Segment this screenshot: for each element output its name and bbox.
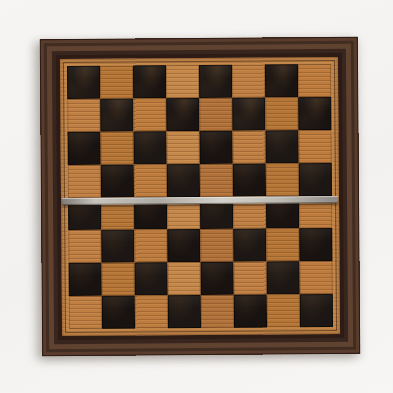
square-h2 xyxy=(300,261,333,294)
square-c5 xyxy=(134,164,167,197)
square-d2 xyxy=(168,262,201,295)
square-c3 xyxy=(134,230,167,263)
square-b6 xyxy=(100,131,133,164)
square-d6 xyxy=(166,131,199,164)
square-c8 xyxy=(133,65,166,98)
square-c7 xyxy=(133,98,166,131)
square-a7 xyxy=(67,99,100,132)
square-f1 xyxy=(234,295,267,328)
square-h5 xyxy=(299,163,332,196)
square-h7 xyxy=(298,97,331,130)
square-e6 xyxy=(199,130,232,163)
square-g5 xyxy=(266,163,299,196)
square-b3 xyxy=(101,230,134,263)
photo-backdrop xyxy=(0,0,393,393)
square-e1 xyxy=(201,295,234,328)
square-g3 xyxy=(266,229,299,262)
square-h8 xyxy=(298,64,331,97)
square-e7 xyxy=(199,98,232,131)
square-a2 xyxy=(69,263,102,296)
board-inner-margin xyxy=(60,57,340,336)
square-d5 xyxy=(167,164,200,197)
square-d3 xyxy=(167,229,200,262)
square-g8 xyxy=(265,64,298,97)
square-f8 xyxy=(232,64,265,97)
square-c2 xyxy=(135,263,168,296)
square-a6 xyxy=(67,132,100,165)
square-b5 xyxy=(101,164,134,197)
square-a8 xyxy=(67,66,100,99)
square-a3 xyxy=(68,230,101,263)
square-c6 xyxy=(133,131,166,164)
square-d7 xyxy=(166,98,199,131)
square-g6 xyxy=(265,130,298,163)
square-a1 xyxy=(69,296,102,329)
square-f6 xyxy=(232,130,265,163)
square-f3 xyxy=(233,229,266,262)
square-e8 xyxy=(199,65,232,98)
square-h6 xyxy=(298,130,331,163)
square-h1 xyxy=(300,294,333,327)
square-a5 xyxy=(68,164,101,197)
square-f7 xyxy=(232,97,265,130)
square-c1 xyxy=(135,295,168,328)
square-g7 xyxy=(265,97,298,130)
square-d8 xyxy=(166,65,199,98)
square-e5 xyxy=(200,163,233,196)
square-b2 xyxy=(102,263,135,296)
square-f2 xyxy=(234,262,267,295)
square-b7 xyxy=(100,98,133,131)
game-board xyxy=(40,37,360,356)
square-e3 xyxy=(200,229,233,262)
square-g1 xyxy=(267,294,300,327)
square-b8 xyxy=(100,66,133,99)
square-e2 xyxy=(201,262,234,295)
square-b1 xyxy=(102,296,135,329)
square-f5 xyxy=(233,163,266,196)
square-d1 xyxy=(168,295,201,328)
square-g2 xyxy=(267,261,300,294)
square-h3 xyxy=(299,228,332,261)
